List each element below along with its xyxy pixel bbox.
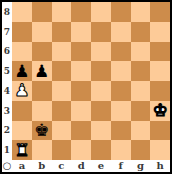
square-f6[interactable] — [111, 42, 131, 62]
rank-label-1: 1 — [2, 140, 12, 160]
square-a2[interactable] — [12, 121, 32, 141]
white-to-move-indicator: ○ — [2, 161, 12, 171]
square-h3[interactable]: ♚ — [150, 101, 170, 121]
square-g2[interactable] — [131, 121, 151, 141]
square-e4[interactable] — [91, 81, 111, 101]
square-d2[interactable] — [71, 121, 91, 141]
square-c6[interactable] — [52, 42, 72, 62]
square-b2[interactable]: ♚ — [32, 121, 52, 141]
square-c7[interactable] — [52, 22, 72, 42]
rank-label-6: 6 — [2, 42, 12, 62]
square-f1[interactable] — [111, 140, 131, 160]
white-pawn-a4[interactable]: ♟ — [14, 82, 29, 99]
square-e2[interactable] — [91, 121, 111, 141]
rank-label-2: 2 — [2, 121, 12, 141]
file-label-g: g — [131, 161, 151, 171]
square-d5[interactable] — [71, 61, 91, 81]
square-c3[interactable] — [52, 101, 72, 121]
square-h8[interactable] — [150, 2, 170, 22]
rank-label-8: 8 — [2, 2, 12, 22]
square-h6[interactable] — [150, 42, 170, 62]
square-c1[interactable] — [52, 140, 72, 160]
square-a8[interactable] — [12, 2, 32, 22]
file-label-f: f — [111, 161, 131, 171]
square-a1[interactable]: ♜ — [12, 140, 32, 160]
square-f3[interactable] — [111, 101, 131, 121]
chess-diagram: 87654321 ♟♟♟♚♚♜ ○ abcdefgh — [0, 0, 172, 174]
square-a3[interactable] — [12, 101, 32, 121]
square-c2[interactable] — [52, 121, 72, 141]
square-d3[interactable] — [71, 101, 91, 121]
rank-label-3: 3 — [2, 101, 12, 121]
square-h2[interactable] — [150, 121, 170, 141]
rank-label-5: 5 — [2, 61, 12, 81]
square-b8[interactable] — [32, 2, 52, 22]
square-g3[interactable] — [131, 101, 151, 121]
square-d4[interactable] — [71, 81, 91, 101]
square-h4[interactable] — [150, 81, 170, 101]
square-a4[interactable]: ♟ — [12, 81, 32, 101]
square-d6[interactable] — [71, 42, 91, 62]
square-e8[interactable] — [91, 2, 111, 22]
square-e6[interactable] — [91, 42, 111, 62]
square-g6[interactable] — [131, 42, 151, 62]
square-b7[interactable] — [32, 22, 52, 42]
black-king-b2[interactable]: ♚ — [34, 122, 49, 139]
square-g5[interactable] — [131, 61, 151, 81]
black-pawn-a5[interactable]: ♟ — [14, 63, 29, 80]
black-pawn-b5[interactable]: ♟ — [34, 63, 49, 80]
square-a5[interactable]: ♟ — [12, 61, 32, 81]
rank-labels: 87654321 — [2, 2, 12, 160]
square-a6[interactable] — [12, 42, 32, 62]
rank-label-4: 4 — [2, 81, 12, 101]
square-d8[interactable] — [71, 2, 91, 22]
square-f7[interactable] — [111, 22, 131, 42]
square-e7[interactable] — [91, 22, 111, 42]
square-d1[interactable] — [71, 140, 91, 160]
square-f8[interactable] — [111, 2, 131, 22]
square-c8[interactable] — [52, 2, 72, 22]
square-c4[interactable] — [52, 81, 72, 101]
square-f4[interactable] — [111, 81, 131, 101]
square-b6[interactable] — [32, 42, 52, 62]
square-f5[interactable] — [111, 61, 131, 81]
file-labels: ○ abcdefgh — [2, 160, 170, 172]
file-label-a: a — [12, 161, 32, 171]
square-h7[interactable] — [150, 22, 170, 42]
file-label-d: d — [71, 161, 91, 171]
square-h5[interactable] — [150, 61, 170, 81]
square-b5[interactable]: ♟ — [32, 61, 52, 81]
square-b3[interactable] — [32, 101, 52, 121]
square-e3[interactable] — [91, 101, 111, 121]
square-b1[interactable] — [32, 140, 52, 160]
file-label-b: b — [32, 161, 52, 171]
rank-label-7: 7 — [2, 22, 12, 42]
square-g4[interactable] — [131, 81, 151, 101]
file-label-h: h — [150, 161, 170, 171]
square-g1[interactable] — [131, 140, 151, 160]
square-c5[interactable] — [52, 61, 72, 81]
square-b4[interactable] — [32, 81, 52, 101]
white-king-h3[interactable]: ♚ — [153, 102, 168, 119]
square-h1[interactable] — [150, 140, 170, 160]
chess-board[interactable]: ♟♟♟♚♚♜ — [12, 2, 170, 160]
file-label-c: c — [52, 161, 72, 171]
square-f2[interactable] — [111, 121, 131, 141]
square-e5[interactable] — [91, 61, 111, 81]
square-g8[interactable] — [131, 2, 151, 22]
square-e1[interactable] — [91, 140, 111, 160]
square-a7[interactable] — [12, 22, 32, 42]
square-g7[interactable] — [131, 22, 151, 42]
white-rook-a1[interactable]: ♜ — [14, 142, 29, 159]
square-d7[interactable] — [71, 22, 91, 42]
file-label-e: e — [91, 161, 111, 171]
